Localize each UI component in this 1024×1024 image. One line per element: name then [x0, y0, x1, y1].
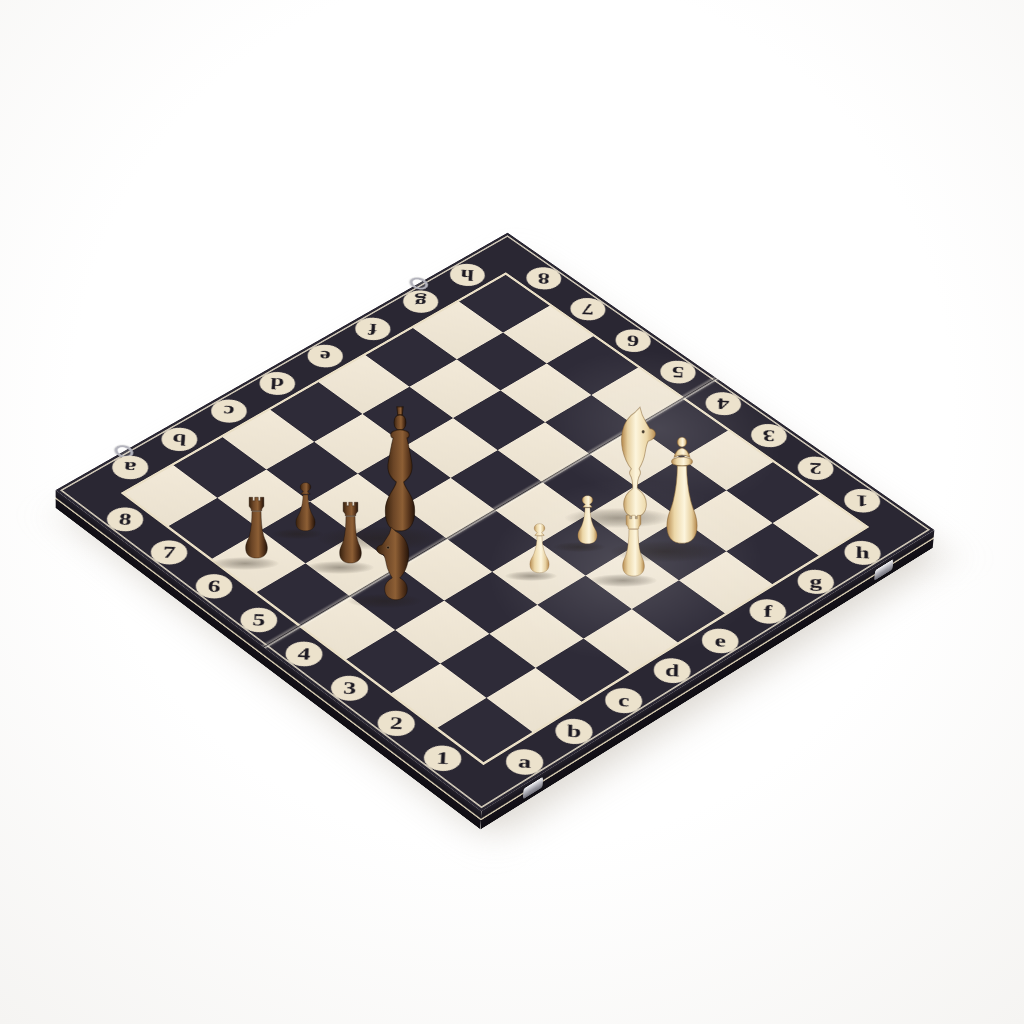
piece-white-knight-f3[interactable]: [610, 402, 660, 520]
piece-white-queen-f2[interactable]: [656, 434, 708, 553]
pieces-layer: [0, 0, 1024, 1024]
piece-white-rook-e2[interactable]: [616, 507, 651, 583]
piece-black-king-c5[interactable]: [377, 403, 423, 541]
piece-black-pawn-b6[interactable]: [290, 479, 321, 536]
piece-white-pawn-d3[interactable]: [524, 520, 555, 578]
piece-black-knight-b4[interactable]: [373, 522, 419, 603]
photo-stage: 8765432187654321abcdefghabcdefgh: [0, 0, 1024, 1024]
piece-black-rook-a6[interactable]: [239, 489, 274, 565]
piece-black-rook-b5[interactable]: [333, 494, 368, 570]
piece-white-pawn-e3[interactable]: [572, 492, 603, 549]
